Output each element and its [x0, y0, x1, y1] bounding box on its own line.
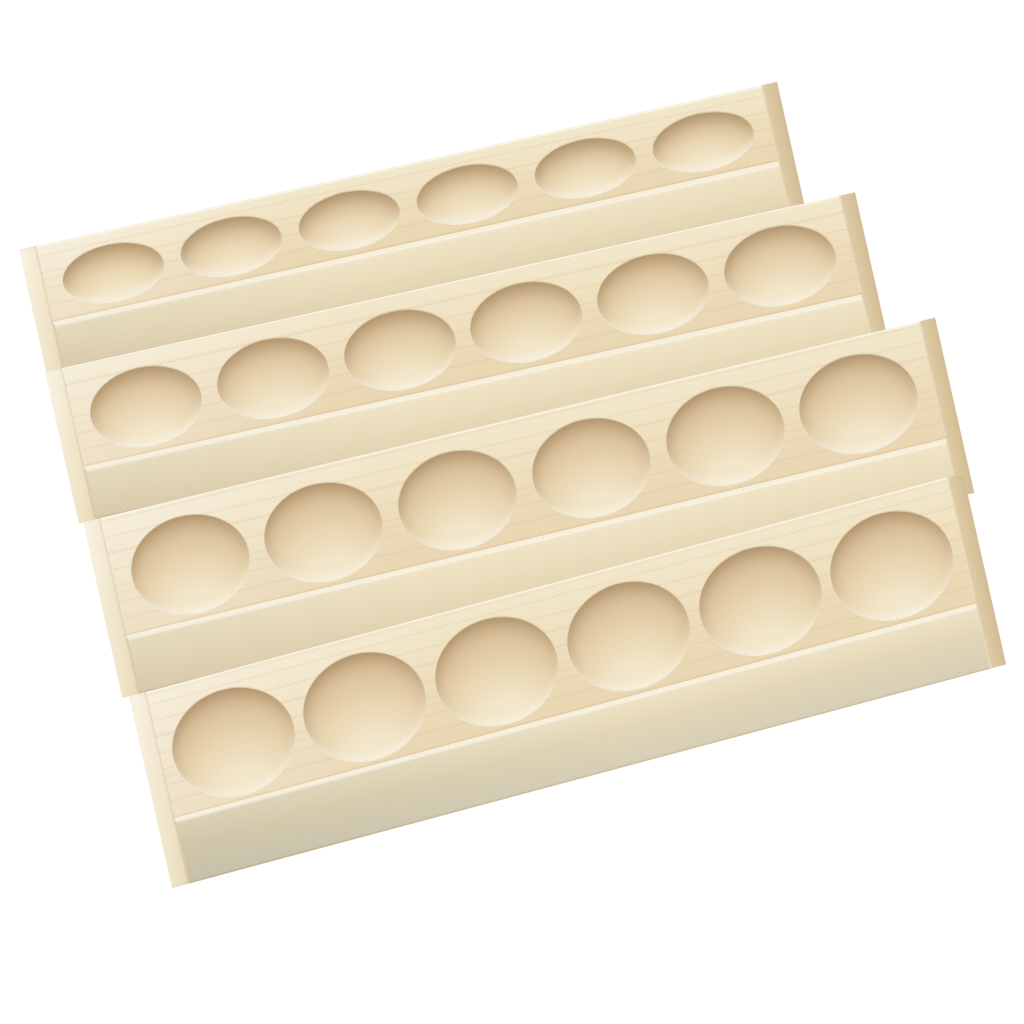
pit-r2c2	[209, 328, 336, 429]
pit-r2c3	[336, 300, 463, 401]
pit-r3c5	[656, 375, 793, 498]
pit-r2c5	[590, 244, 717, 345]
pit-r1c4	[411, 156, 523, 233]
pit-r3c1	[122, 503, 259, 626]
pit-r2c1	[82, 356, 209, 457]
pit-r2c6	[717, 215, 844, 316]
pit-r1c3	[293, 182, 405, 259]
pit-r4c5	[688, 533, 831, 669]
pit-r3c6	[790, 342, 927, 465]
pit-r1c5	[529, 129, 641, 206]
pit-r2c4	[463, 272, 590, 373]
pit-r4c2	[293, 639, 436, 775]
pit-r3c3	[389, 439, 526, 562]
pit-r3c4	[523, 407, 660, 530]
pit-r1c2	[175, 208, 287, 285]
pit-r4c6	[820, 498, 963, 634]
pit-r1c1	[57, 234, 169, 311]
pit-r3c2	[255, 471, 392, 594]
product-photo-scene	[0, 0, 1024, 1024]
pit-r4c4	[557, 568, 700, 704]
pit-r4c3	[425, 604, 568, 740]
pit-r1c6	[647, 103, 759, 180]
wooden-tiered-pit-board	[0, 0, 1024, 1024]
pit-r4c1	[162, 674, 305, 810]
